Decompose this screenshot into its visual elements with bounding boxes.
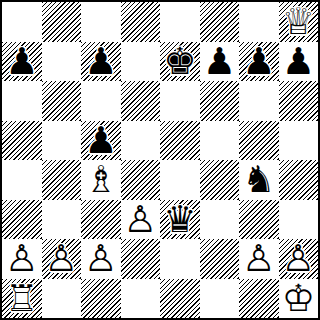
square-c6[interactable] — [81, 81, 121, 121]
square-a4[interactable] — [2, 160, 42, 200]
square-h6[interactable] — [279, 81, 319, 121]
square-e4[interactable] — [160, 160, 200, 200]
square-h4[interactable] — [279, 160, 319, 200]
piece-black-pawn-icon[interactable]: ♟♟ — [81, 121, 121, 161]
piece-glyph: ♚ — [160, 42, 200, 82]
piece-white-king-icon[interactable]: ♚♔ — [279, 279, 319, 319]
piece-glyph: ♙ — [279, 239, 319, 279]
piece-black-queen-icon[interactable]: ♛♛ — [160, 200, 200, 240]
square-f4[interactable] — [200, 160, 240, 200]
piece-glyph: ♟ — [239, 42, 279, 82]
piece-black-pawn-icon[interactable]: ♟♟ — [200, 42, 240, 82]
piece-black-pawn-icon[interactable]: ♟♟ — [81, 42, 121, 82]
piece-white-rook-icon[interactable]: ♜♖ — [2, 279, 42, 319]
square-d8[interactable] — [121, 2, 161, 42]
square-d4[interactable] — [121, 160, 161, 200]
piece-glyph: ♙ — [121, 200, 161, 240]
piece-glyph: ♟ — [279, 42, 319, 82]
square-c3[interactable] — [81, 200, 121, 240]
piece-white-pawn-icon[interactable]: ♟♙ — [2, 239, 42, 279]
square-f1[interactable] — [200, 279, 240, 319]
square-g3[interactable] — [239, 200, 279, 240]
square-d2[interactable] — [121, 239, 161, 279]
square-h2[interactable]: ♟♙ — [279, 239, 319, 279]
square-h7[interactable]: ♟♟ — [279, 42, 319, 82]
piece-glyph: ♙ — [81, 239, 121, 279]
square-c4[interactable]: ♝♗ — [81, 160, 121, 200]
square-d5[interactable] — [121, 121, 161, 161]
piece-glyph: ♕ — [279, 2, 319, 42]
square-c5[interactable]: ♟♟ — [81, 121, 121, 161]
piece-white-bishop-icon[interactable]: ♝♗ — [81, 160, 121, 200]
piece-glyph: ♟ — [81, 42, 121, 82]
piece-black-king-icon[interactable]: ♚♚ — [160, 42, 200, 82]
piece-white-pawn-icon[interactable]: ♟♙ — [239, 239, 279, 279]
piece-glyph: ♞ — [239, 160, 279, 200]
square-e2[interactable] — [160, 239, 200, 279]
square-a7[interactable]: ♟♟ — [2, 42, 42, 82]
square-h5[interactable] — [279, 121, 319, 161]
square-b2[interactable]: ♟♙ — [42, 239, 82, 279]
piece-white-pawn-icon[interactable]: ♟♙ — [279, 239, 319, 279]
piece-black-pawn-icon[interactable]: ♟♟ — [239, 42, 279, 82]
piece-glyph: ♔ — [279, 279, 319, 319]
square-h8[interactable]: ♛♕ — [279, 2, 319, 42]
piece-glyph: ♙ — [42, 239, 82, 279]
square-d6[interactable] — [121, 81, 161, 121]
square-d1[interactable] — [121, 279, 161, 319]
square-f6[interactable] — [200, 81, 240, 121]
square-b1[interactable] — [42, 279, 82, 319]
piece-black-knight-icon[interactable]: ♞♞ — [239, 160, 279, 200]
piece-glyph: ♙ — [2, 239, 42, 279]
square-d7[interactable] — [121, 42, 161, 82]
chess-board: ♛♕♟♟♟♟♚♚♟♟♟♟♟♟♟♟♝♗♞♞♟♙♛♛♟♙♟♙♟♙♟♙♟♙♜♖♚♔ — [0, 0, 320, 320]
piece-glyph: ♛ — [160, 200, 200, 240]
square-g1[interactable] — [239, 279, 279, 319]
square-g4[interactable]: ♞♞ — [239, 160, 279, 200]
square-g5[interactable] — [239, 121, 279, 161]
piece-black-pawn-icon[interactable]: ♟♟ — [279, 42, 319, 82]
square-g6[interactable] — [239, 81, 279, 121]
square-f7[interactable]: ♟♟ — [200, 42, 240, 82]
piece-white-pawn-icon[interactable]: ♟♙ — [81, 239, 121, 279]
square-c2[interactable]: ♟♙ — [81, 239, 121, 279]
square-b6[interactable] — [42, 81, 82, 121]
square-a2[interactable]: ♟♙ — [2, 239, 42, 279]
square-c7[interactable]: ♟♟ — [81, 42, 121, 82]
square-a3[interactable] — [2, 200, 42, 240]
square-h3[interactable] — [279, 200, 319, 240]
square-f5[interactable] — [200, 121, 240, 161]
square-g8[interactable] — [239, 2, 279, 42]
square-b3[interactable] — [42, 200, 82, 240]
square-g7[interactable]: ♟♟ — [239, 42, 279, 82]
piece-white-pawn-icon[interactable]: ♟♙ — [42, 239, 82, 279]
piece-white-pawn-icon[interactable]: ♟♙ — [121, 200, 161, 240]
piece-black-pawn-icon[interactable]: ♟♟ — [2, 42, 42, 82]
square-e8[interactable] — [160, 2, 200, 42]
piece-glyph: ♟ — [200, 42, 240, 82]
square-a5[interactable] — [2, 121, 42, 161]
piece-glyph: ♟ — [2, 42, 42, 82]
square-b4[interactable] — [42, 160, 82, 200]
square-c1[interactable] — [81, 279, 121, 319]
square-e7[interactable]: ♚♚ — [160, 42, 200, 82]
square-f8[interactable] — [200, 2, 240, 42]
square-c8[interactable] — [81, 2, 121, 42]
square-a8[interactable] — [2, 2, 42, 42]
piece-white-queen-icon[interactable]: ♛♕ — [279, 2, 319, 42]
square-a1[interactable]: ♜♖ — [2, 279, 42, 319]
piece-glyph: ♖ — [2, 279, 42, 319]
square-g2[interactable]: ♟♙ — [239, 239, 279, 279]
square-b7[interactable] — [42, 42, 82, 82]
square-d3[interactable]: ♟♙ — [121, 200, 161, 240]
piece-glyph: ♟ — [81, 121, 121, 161]
piece-glyph: ♗ — [81, 160, 121, 200]
square-b8[interactable] — [42, 2, 82, 42]
square-f3[interactable] — [200, 200, 240, 240]
square-e5[interactable] — [160, 121, 200, 161]
square-e6[interactable] — [160, 81, 200, 121]
square-h1[interactable]: ♚♔ — [279, 279, 319, 319]
piece-glyph: ♙ — [239, 239, 279, 279]
square-e3[interactable]: ♛♛ — [160, 200, 200, 240]
square-f2[interactable] — [200, 239, 240, 279]
square-b5[interactable] — [42, 121, 82, 161]
square-a6[interactable] — [2, 81, 42, 121]
square-e1[interactable] — [160, 279, 200, 319]
